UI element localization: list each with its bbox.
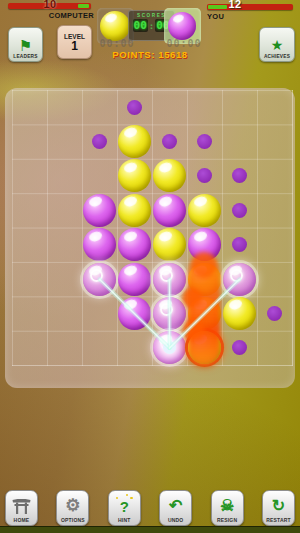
board-cell[interactable] [257,124,292,158]
board-cell[interactable] [117,193,152,227]
board-cell[interactable] [152,228,187,262]
bottom-strip [0,526,300,533]
board-cell[interactable] [117,262,152,296]
board-cell[interactable] [12,193,47,227]
restart-button-label: RESTART [266,517,291,523]
undo-button-label: UNDO [168,517,184,523]
board-cell[interactable] [47,90,82,124]
board-cell[interactable] [82,159,117,193]
board-cell[interactable] [47,262,82,296]
board-cell[interactable] [12,90,47,124]
you-clock: 00:00 [163,38,205,49]
board-cell[interactable] [82,262,117,296]
yellow-ball [153,228,186,261]
scores-left: 00 [133,19,148,32]
board-cell[interactable] [12,262,47,296]
you-purple-ball [168,12,196,40]
purple-ball [118,228,151,261]
restart-button[interactable]: ↻ RESTART [262,490,295,526]
board-cell[interactable] [117,90,152,124]
board-cell[interactable] [47,124,82,158]
board-cell[interactable] [47,331,82,365]
board-cell[interactable] [222,124,257,158]
board-cell[interactable] [222,331,257,365]
board-cell[interactable] [47,193,82,227]
computer-clock: 00:00 [96,38,138,49]
board-cell[interactable] [222,296,257,330]
preview-dot [197,134,212,149]
board-cell[interactable] [82,296,117,330]
yellow-ball [153,159,186,192]
board-cell[interactable] [222,228,257,262]
board-cell[interactable] [82,228,117,262]
undo-button[interactable]: ↶ UNDO [159,490,192,526]
skull-crossbones-icon: ☠ [220,495,234,517]
purple-ball [118,297,151,330]
bottom-toolbar: HOME ⚙ OPTIONS ? HINT ↶ UNDO ☠ RESIGN ↻ … [0,490,300,527]
purple-ball [83,228,116,261]
board-cell[interactable] [257,331,292,365]
yellow-ball [223,297,256,330]
purple-ball [188,228,221,261]
restart-arrow-icon: ↻ [272,495,285,517]
scores-title: SCORES [137,13,166,18]
board-cell[interactable] [12,296,47,330]
board-cell[interactable] [222,90,257,124]
board-cell[interactable] [257,159,292,193]
board-grid [12,90,293,366]
board-cell[interactable] [12,331,47,365]
preview-dot [232,340,247,355]
board-cell[interactable] [257,193,292,227]
preview-dot [92,134,107,149]
preview-dot [232,237,247,252]
convergence-ball [153,331,186,364]
preview-dot [197,168,212,183]
board-cell[interactable] [47,159,82,193]
board-cell[interactable] [257,262,292,296]
board-cell[interactable] [222,193,257,227]
board-cell[interactable] [152,331,187,365]
gear-icon: ⚙ [65,495,80,517]
marked-purple-ball [83,263,116,296]
home-button-label: HOME [14,517,30,523]
resign-button[interactable]: ☠ RESIGN [211,490,244,526]
game-board [5,88,295,388]
board-cell[interactable] [82,124,117,158]
options-button[interactable]: ⚙ OPTIONS [56,490,89,526]
home-button[interactable]: HOME [5,490,38,526]
board-cell[interactable] [187,193,222,227]
board-cell[interactable] [82,90,117,124]
glow-core [163,341,176,354]
computer-label: COMPUTER [8,11,94,20]
board-cell[interactable] [12,124,47,158]
you-label: YOU [207,12,247,21]
board-cell[interactable] [12,159,47,193]
hint-button[interactable]: ? HINT [108,490,141,526]
marked-purple-ball [153,297,186,330]
yellow-ball [118,159,151,192]
options-button-label: OPTIONS [61,517,85,523]
yellow-ball [188,194,221,227]
board-cell[interactable] [257,296,292,330]
computer-score: 10 [20,0,80,10]
board-cell[interactable] [117,331,152,365]
preview-dot [162,134,177,149]
marked-purple-ball [153,263,186,296]
board-cell[interactable] [257,90,292,124]
torii-gate-icon [12,495,31,517]
resign-button-label: RESIGN [217,517,237,523]
preview-dot [127,100,142,115]
preview-dot [232,168,247,183]
board-cell[interactable] [82,331,117,365]
orange-ring-yellow-ball [188,331,221,364]
question-mark-icon: ? [120,495,129,517]
board-cell[interactable] [82,193,117,227]
app-root: 10 COMPUTER 12 YOU ⚑ LEADERS LEVEL 1 SCO… [0,0,300,533]
preview-dot [232,203,247,218]
purple-ball [83,194,116,227]
computer-yellow-ball [100,11,130,41]
board-cell[interactable] [117,124,152,158]
board-cell[interactable] [152,262,187,296]
board-cell[interactable] [187,159,222,193]
yellow-ball [118,125,151,158]
board-cell[interactable] [152,124,187,158]
flamed-yellow-ball [188,263,221,296]
board-cell[interactable] [257,228,292,262]
you-score: 12 [210,0,260,10]
board-cell[interactable] [222,262,257,296]
marked-purple-ball [223,263,256,296]
board-cell[interactable] [152,193,187,227]
points-text: POINTS: 15618 [0,49,300,60]
board-cell[interactable] [117,228,152,262]
board-cell[interactable] [152,90,187,124]
preview-dot [267,306,282,321]
board-cell[interactable] [187,90,222,124]
undo-arrow-icon: ↶ [169,495,182,517]
board-cell[interactable] [12,228,47,262]
board-cell[interactable] [152,296,187,330]
board-cell[interactable] [222,159,257,193]
board-cell[interactable] [187,331,222,365]
board-cell[interactable] [152,159,187,193]
board-cell[interactable] [187,228,222,262]
board-cell[interactable] [187,262,222,296]
yellow-ball [118,194,151,227]
purple-ball [118,263,151,296]
hint-button-label: HINT [118,517,130,523]
flamed-yellow-ball [188,297,221,330]
board-cell[interactable] [187,124,222,158]
scores-colon: : [149,21,154,31]
purple-ball [153,194,186,227]
board-cell[interactable] [187,296,222,330]
board-cell[interactable] [47,296,82,330]
board-cell[interactable] [117,296,152,330]
board-cell[interactable] [47,228,82,262]
board-cell[interactable] [117,159,152,193]
